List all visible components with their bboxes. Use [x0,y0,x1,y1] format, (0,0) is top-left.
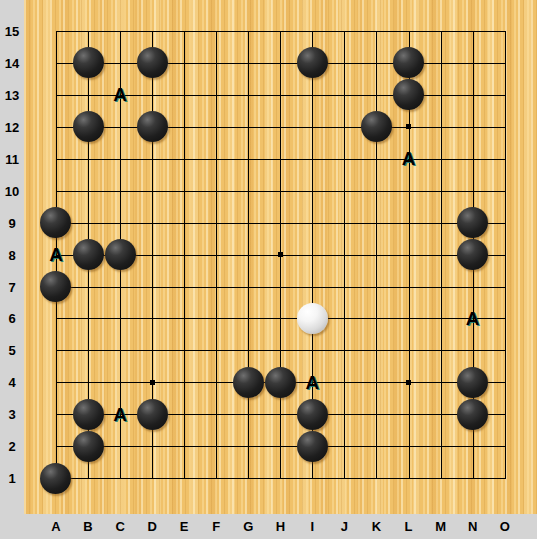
white-stone [297,303,328,334]
col-label-D: D [144,519,160,534]
point-label-N6: A [466,309,480,328]
black-stone [297,47,328,78]
col-label-N: N [465,519,481,534]
col-label-L: L [401,519,417,534]
row-label-14: 14 [0,56,24,71]
black-stone [105,239,136,270]
star-point [406,124,411,129]
row-label-11: 11 [0,152,24,167]
black-stone [73,399,104,430]
black-stone [457,207,488,238]
black-stone [297,399,328,430]
col-label-C: C [112,519,128,534]
row-label-3: 3 [0,407,24,422]
row-label-1: 1 [0,471,24,486]
col-label-M: M [433,519,449,534]
col-label-K: K [369,519,385,534]
row-label-6: 6 [0,311,24,326]
point-label-C3: A [113,405,127,424]
star-point [150,380,155,385]
black-stone [297,431,328,462]
black-stone [361,111,392,142]
row-label-15: 15 [0,24,24,39]
point-label-L11: A [402,149,416,168]
point-label-A8: A [49,245,63,264]
black-stone [40,207,71,238]
goban: AAAAAA [24,0,537,514]
black-stone [393,47,424,78]
point-label-I4: A [306,373,320,392]
row-label-10: 10 [0,184,24,199]
col-label-E: E [176,519,192,534]
board-grid[interactable]: AAAAAA [40,15,521,494]
col-label-G: G [240,519,256,534]
col-label-F: F [208,519,224,534]
col-label-A: A [48,519,64,534]
row-label-12: 12 [0,120,24,135]
black-stone [73,47,104,78]
col-label-B: B [80,519,96,534]
black-stone [73,431,104,462]
col-label-H: H [272,519,288,534]
black-stone [457,239,488,270]
black-stone [40,463,71,494]
col-label-I: I [304,519,320,534]
black-stone [457,367,488,398]
star-point [406,380,411,385]
row-label-4: 4 [0,375,24,390]
row-label-9: 9 [0,216,24,231]
black-stone [233,367,264,398]
black-stone [73,111,104,142]
point-label-C13: A [113,85,127,104]
row-label-2: 2 [0,439,24,454]
black-stone [137,399,168,430]
star-point [278,252,283,257]
black-stone [137,111,168,142]
row-label-5: 5 [0,343,24,358]
row-label-13: 13 [0,88,24,103]
black-stone [73,239,104,270]
row-label-8: 8 [0,248,24,263]
black-stone [137,47,168,78]
col-label-O: O [497,519,513,534]
go-diagram: AAAAAA 151413121110987654321 ABCDEFGHIJK… [0,0,537,539]
row-label-7: 7 [0,280,24,295]
black-stone [393,79,424,110]
col-label-J: J [336,519,352,534]
black-stone [457,399,488,430]
black-stone [40,271,71,302]
black-stone [265,367,296,398]
